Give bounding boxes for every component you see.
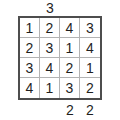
puzzle-grid: 1 2 4 3 2 3 1 4 3 4 2 1 4 1 3 2 — [18, 16, 102, 100]
clue-bottom-col4: 2 — [80, 102, 100, 118]
cell-r2c1[interactable]: 2 — [20, 38, 40, 58]
cell-r4c2[interactable]: 1 — [40, 78, 60, 98]
clue-top-col3 — [60, 0, 80, 16]
clue-row-bottom: 2 2 — [20, 102, 100, 118]
cell-r3c1[interactable]: 3 — [20, 58, 40, 78]
clue-row-top: 3 — [20, 0, 100, 16]
cell-r1c3[interactable]: 4 — [60, 18, 80, 38]
cell-r2c2[interactable]: 3 — [40, 38, 60, 58]
cell-r2c4[interactable]: 4 — [80, 38, 100, 58]
cell-r3c4[interactable]: 1 — [80, 58, 100, 78]
skyscrapers-board: 3 1 2 4 3 2 3 1 4 3 4 2 1 4 1 3 2 2 2 — [0, 0, 120, 120]
cell-r1c2[interactable]: 2 — [40, 18, 60, 38]
cell-r4c3[interactable]: 3 — [60, 78, 80, 98]
cell-r1c1[interactable]: 1 — [20, 18, 40, 38]
cell-r3c2[interactable]: 4 — [40, 58, 60, 78]
clue-top-col2: 3 — [40, 0, 60, 16]
clue-bottom-col3: 2 — [60, 102, 80, 118]
cell-r1c4[interactable]: 3 — [80, 18, 100, 38]
clue-top-col4 — [80, 0, 100, 16]
clue-top-col1 — [20, 0, 40, 16]
cell-r4c4[interactable]: 2 — [80, 78, 100, 98]
cell-r2c3[interactable]: 1 — [60, 38, 80, 58]
cell-r3c3[interactable]: 2 — [60, 58, 80, 78]
cell-r4c1[interactable]: 4 — [20, 78, 40, 98]
clue-bottom-col1 — [20, 102, 40, 118]
clue-bottom-col2 — [40, 102, 60, 118]
